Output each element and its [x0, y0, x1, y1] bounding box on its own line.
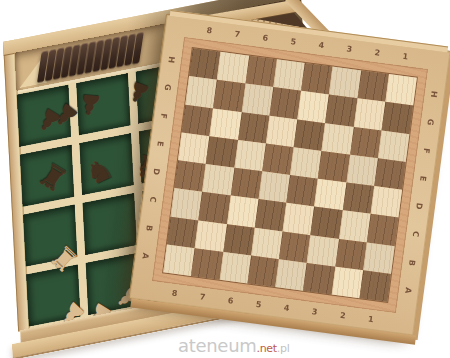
coordinate-label: 5	[278, 34, 308, 51]
board-square	[247, 255, 279, 287]
coordinate-label: 6	[216, 293, 246, 310]
board-square	[234, 140, 266, 172]
board-square	[385, 74, 417, 106]
coordinate-label: 8	[160, 285, 190, 302]
board-square	[297, 91, 329, 123]
board-square	[275, 259, 307, 291]
coordinate-label: 6	[250, 30, 280, 47]
board-square	[195, 220, 227, 252]
board-square	[171, 188, 203, 220]
felt-compartment	[26, 265, 80, 327]
board-square	[322, 123, 354, 155]
felt-compartment	[79, 133, 133, 195]
watermark: ateneum.net.pl	[178, 335, 290, 356]
coordinate-label: E	[146, 135, 176, 152]
board-square	[325, 95, 357, 127]
board-square	[210, 108, 242, 140]
board-square	[339, 210, 371, 242]
watermark-pl: .pl	[277, 342, 290, 355]
board-square	[335, 238, 367, 270]
board-square	[251, 227, 283, 259]
board-square	[359, 270, 391, 302]
board-square	[367, 214, 399, 246]
board-square	[185, 76, 217, 108]
coordinate-label: 8	[194, 22, 224, 39]
board-square	[238, 112, 270, 144]
coordinate-label: 4	[306, 37, 336, 54]
board-square	[357, 70, 389, 102]
board-square	[191, 248, 223, 280]
board-square	[331, 266, 363, 298]
coordinate-label: 3	[300, 304, 330, 321]
board-square	[346, 154, 378, 186]
felt-compartment	[17, 85, 71, 147]
board-square	[378, 130, 410, 162]
board-square	[227, 196, 259, 228]
watermark-net: .net	[257, 342, 277, 355]
board-square	[283, 203, 315, 235]
coordinate-label: C	[138, 191, 168, 208]
coordinate-label: 4	[272, 300, 302, 317]
product-photo-stage: ♟♟♟♟♜♞♝♜♟♟♟ 87654321 87654321 HGFEDCBA H…	[0, 0, 450, 358]
board-square	[223, 224, 255, 256]
board-square	[245, 56, 277, 88]
board-square	[279, 231, 311, 263]
board-square	[350, 126, 382, 158]
board-square	[273, 59, 305, 91]
board-square	[258, 171, 290, 203]
coordinate-label: 2	[362, 45, 392, 62]
board-square	[374, 158, 406, 190]
coordinate-label: A	[131, 247, 161, 264]
board-square	[329, 67, 361, 99]
board-square	[269, 87, 301, 119]
coordinate-label: H	[157, 51, 187, 68]
coordinate-label: 7	[222, 26, 252, 43]
felt-compartment	[23, 205, 77, 267]
board-square	[167, 216, 199, 248]
board-square	[219, 252, 251, 284]
board-square	[230, 168, 262, 200]
coordinate-label: 7	[188, 289, 218, 306]
felt-compartment	[20, 145, 74, 207]
board-square	[294, 119, 326, 151]
board-square	[307, 235, 339, 267]
board-square	[202, 164, 234, 196]
felt-compartment	[83, 193, 137, 255]
coordinate-label: 5	[244, 296, 274, 313]
board-square	[266, 115, 298, 147]
board-square	[286, 175, 318, 207]
watermark-site: ateneum	[178, 335, 257, 356]
board-square	[217, 52, 249, 84]
board-square	[303, 263, 335, 295]
board-square	[163, 244, 195, 276]
board-squares	[162, 47, 418, 303]
coordinate-label: 2	[328, 307, 358, 324]
board-square	[178, 132, 210, 164]
board-square	[189, 48, 221, 80]
board-square	[363, 242, 395, 274]
coordinate-label: 3	[334, 41, 364, 58]
coordinate-label: 1	[390, 48, 420, 65]
board-square	[255, 199, 287, 231]
board-square	[342, 182, 374, 214]
coordinate-label: 1	[356, 311, 386, 328]
chessboard: 87654321 87654321 HGFEDCBA HGFEDCBA	[128, 13, 450, 336]
coordinate-label: G	[153, 79, 183, 96]
board-square	[290, 147, 322, 179]
board-square	[199, 192, 231, 224]
board-square	[318, 151, 350, 183]
board-square	[213, 80, 245, 112]
board-square	[370, 186, 402, 218]
board-square	[311, 207, 343, 239]
board-square	[262, 143, 294, 175]
board-square	[174, 160, 206, 192]
board-square	[381, 102, 413, 134]
board-square	[301, 63, 333, 95]
board-square	[206, 136, 238, 168]
board-square	[241, 84, 273, 116]
board-square	[314, 179, 346, 211]
board-square	[353, 98, 385, 130]
board-square	[182, 104, 214, 136]
coordinate-label: D	[142, 163, 172, 180]
felt-compartment	[76, 73, 130, 135]
